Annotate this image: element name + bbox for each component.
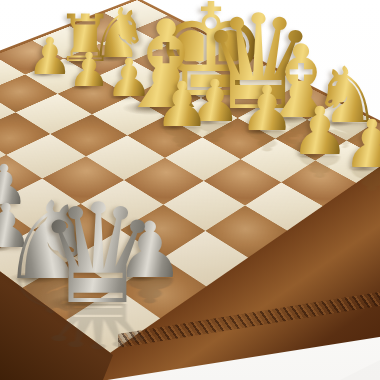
product-photo: ♟♜♞♟♟♝♟♟♚♟♟♛♟♟♝♝♟♟♞♞♟♟♟♟♞♞♛♛♟♟: [0, 0, 380, 380]
piece-gold-pawn: ♟: [27, 31, 73, 82]
pieces-layer: ♟♜♞♟♟♝♟♟♚♟♟♛♟♟♝♝♟♟♞♞♟♟♟♟♞♞♛♛♟♟: [0, 0, 380, 380]
piece-gold-pawn: ♟: [239, 78, 295, 140]
piece-gold-pawn: ♟: [290, 99, 349, 165]
piece-gold-pawn: ♟: [342, 112, 380, 178]
piece-silver-queen: ♛: [36, 186, 160, 324]
piece-gold-pawn: ♟: [68, 47, 110, 94]
piece-gold-pawn: ♟: [154, 74, 210, 136]
